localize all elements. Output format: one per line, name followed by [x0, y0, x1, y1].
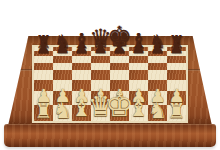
square-f1: ♝ — [129, 105, 148, 121]
square-b4 — [53, 70, 72, 79]
square-b3 — [53, 80, 72, 91]
square-e1: ♚ — [110, 105, 129, 121]
square-a3 — [34, 80, 53, 91]
square-g5 — [148, 63, 167, 71]
square-f3 — [129, 80, 148, 91]
square-e4 — [110, 70, 129, 79]
square-e2: ♟ — [110, 91, 129, 105]
square-e5 — [110, 63, 129, 71]
square-b2: ♟ — [53, 91, 72, 105]
product-photo: ♜♞♝♛♚♝♞♜♟♟♟♟♟♟♟♟♟♟♟♟♟♟♟♟♜♞♝♛♚♝♞♜ — [0, 0, 220, 150]
square-c1: ♝ — [72, 105, 91, 121]
square-d1: ♛ — [91, 105, 110, 121]
square-a1: ♜ — [34, 105, 53, 121]
square-g3 — [148, 80, 167, 91]
square-d3 — [91, 80, 110, 91]
square-g1: ♞ — [148, 105, 167, 121]
square-c4 — [72, 70, 91, 79]
square-h3 — [167, 80, 186, 91]
square-a2: ♟ — [34, 91, 53, 105]
square-c3 — [72, 80, 91, 91]
square-a4 — [34, 70, 53, 79]
square-b1: ♞ — [53, 105, 72, 121]
playing-area: ♜♞♝♛♚♝♞♜♟♟♟♟♟♟♟♟♟♟♟♟♟♟♟♟♜♞♝♛♚♝♞♜ — [32, 45, 188, 123]
square-e3 — [110, 80, 129, 91]
square-a5 — [34, 63, 53, 71]
square-h1: ♜ — [167, 105, 186, 121]
square-b5 — [53, 63, 72, 71]
square-h2: ♟ — [167, 91, 186, 105]
square-h5 — [167, 63, 186, 71]
square-f5 — [129, 63, 148, 71]
board-grid: ♜♞♝♛♚♝♞♜♟♟♟♟♟♟♟♟♟♟♟♟♟♟♟♟♜♞♝♛♚♝♞♜ — [34, 47, 186, 121]
square-h4 — [167, 70, 186, 79]
square-f2: ♟ — [129, 91, 148, 105]
square-d4 — [91, 70, 110, 79]
square-d5 — [91, 63, 110, 71]
square-g2: ♟ — [148, 91, 167, 105]
square-d2: ♟ — [91, 91, 110, 105]
chess-box: ♜♞♝♛♚♝♞♜♟♟♟♟♟♟♟♟♟♟♟♟♟♟♟♟♜♞♝♛♚♝♞♜ — [0, 0, 220, 150]
square-c2: ♟ — [72, 91, 91, 105]
square-f4 — [129, 70, 148, 79]
square-c5 — [72, 63, 91, 71]
square-g4 — [148, 70, 167, 79]
box-front-edge — [4, 124, 216, 147]
